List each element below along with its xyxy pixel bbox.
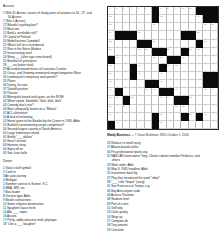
cell-number: 16 — [153, 23, 155, 25]
grid-cell[interactable]: 10 — [181, 7, 188, 15]
cell-number: 53 — [160, 96, 162, 98]
grid-cell[interactable] — [115, 23, 122, 31]
cell-number: 15 — [109, 23, 111, 25]
grid-cell[interactable] — [181, 121, 188, 129]
black-square — [152, 7, 159, 15]
grid-cell[interactable] — [167, 105, 174, 113]
cell-number: 9 — [175, 7, 176, 9]
grid-cell[interactable]: 9 — [174, 7, 181, 15]
clue-column-left: Across 1 With 41-Across, source of shady… — [3, 4, 95, 226]
grid-cell[interactable] — [130, 48, 137, 56]
grid-cell[interactable] — [211, 64, 218, 72]
cell-number: 17 — [204, 23, 206, 25]
black-square — [130, 31, 137, 39]
grid-cell[interactable] — [152, 64, 159, 72]
grid-cell[interactable] — [115, 80, 122, 88]
grid-cell[interactable] — [174, 113, 181, 121]
cell-number: 31 — [116, 56, 118, 58]
grid-cell[interactable] — [211, 40, 218, 48]
grid-cell[interactable] — [159, 31, 166, 39]
cell-number: 30 — [197, 48, 199, 50]
grid-cell[interactable] — [181, 40, 188, 48]
cell-number: 37 — [167, 64, 169, 66]
grid-cell[interactable] — [137, 80, 144, 88]
grid-cell[interactable]: 48 — [203, 88, 210, 96]
grid-cell[interactable] — [130, 121, 137, 129]
grid-cell[interactable] — [196, 88, 203, 96]
grid-cell[interactable] — [174, 121, 181, 129]
grid-cell[interactable] — [137, 105, 144, 113]
black-square — [152, 113, 159, 121]
grid-cell[interactable] — [189, 121, 196, 129]
grid-cell[interactable] — [115, 48, 122, 56]
grid-cell[interactable] — [189, 23, 196, 31]
grid-cell[interactable]: 33 — [159, 56, 166, 64]
grid-cell[interactable] — [211, 48, 218, 56]
grid-cell[interactable] — [196, 105, 203, 113]
grid-cell[interactable] — [196, 96, 203, 104]
grid-cell[interactable]: 64 — [115, 121, 122, 129]
grid-cell[interactable]: 57 — [123, 105, 130, 113]
down-clues-right: 26 Reduce to small injury27 Atlanta-base… — [107, 141, 207, 232]
grid-cell[interactable]: 24 — [203, 40, 210, 48]
grid-cell[interactable] — [203, 48, 210, 56]
grid-cell[interactable] — [130, 56, 137, 64]
black-square — [115, 31, 122, 39]
cell-number: 33 — [160, 56, 162, 58]
grid-cell[interactable]: 19 — [108, 31, 115, 39]
grid-cell[interactable] — [189, 80, 196, 88]
black-square — [137, 40, 144, 48]
cell-number: 28 — [167, 48, 169, 50]
cell-number: 43 — [160, 80, 162, 82]
grid-cell[interactable]: 38 — [174, 64, 181, 72]
grid-cell[interactable]: 32 — [152, 56, 159, 64]
black-square — [189, 31, 196, 39]
grid-cell[interactable] — [189, 105, 196, 113]
grid-cell[interactable] — [211, 113, 218, 121]
cell-number: 10 — [182, 7, 184, 9]
grid-cell[interactable] — [115, 64, 122, 72]
cell-number: 2 — [116, 7, 117, 9]
black-square — [130, 64, 137, 72]
cell-number: 7 — [160, 7, 161, 9]
black-square — [181, 48, 188, 56]
grid-cell[interactable] — [203, 121, 210, 129]
grid-cell[interactable] — [137, 113, 144, 121]
cell-number: 55 — [189, 96, 191, 98]
grid-cell[interactable]: 63 — [203, 113, 210, 121]
grid-cell[interactable]: 18 — [211, 23, 218, 31]
cell-number: 52 — [131, 96, 133, 98]
black-square — [181, 31, 188, 39]
grid-cell[interactable]: 37 — [167, 64, 174, 72]
cell-number: 8 — [167, 7, 168, 9]
grid-cell[interactable] — [196, 56, 203, 64]
cell-number: 12 — [109, 15, 111, 17]
grid-cell[interactable] — [115, 105, 122, 113]
cell-number: 5 — [138, 7, 139, 9]
cell-number: 18 — [211, 23, 213, 25]
black-square — [145, 40, 152, 48]
grid-cell[interactable] — [152, 72, 159, 80]
grid-cell[interactable] — [123, 23, 130, 31]
grid-cell[interactable] — [123, 121, 130, 129]
grid-cell[interactable] — [137, 121, 144, 129]
cell-number: 34 — [182, 56, 184, 58]
black-square — [152, 48, 159, 56]
cell-number: 58 — [175, 105, 177, 107]
clue-column-right: 26 Reduce to small injury27 Atlanta-base… — [107, 141, 207, 232]
grid-cell[interactable] — [174, 23, 181, 31]
grid-cell[interactable] — [123, 113, 130, 121]
grid-cell[interactable] — [137, 96, 144, 104]
cell-number: 60 — [109, 113, 111, 115]
grid-cell[interactable] — [181, 23, 188, 31]
grid-cell[interactable] — [181, 88, 188, 96]
grid-cell[interactable]: 54 — [167, 96, 174, 104]
across-header: Across — [3, 4, 95, 8]
grid-cell[interactable] — [145, 23, 152, 31]
grid-cell[interactable] — [130, 105, 137, 113]
puzzle-caption: Shady Business — © Dave Bushman, WSJ Oct… — [107, 133, 221, 136]
cell-number: 4 — [131, 7, 132, 9]
grid-cell[interactable] — [167, 23, 174, 31]
grid-cell[interactable]: 58 — [174, 105, 181, 113]
cell-number: 42 — [109, 80, 111, 82]
grid-cell[interactable] — [123, 72, 130, 80]
cell-number: 39 — [109, 72, 111, 74]
cell-number: 38 — [175, 64, 177, 66]
black-square — [211, 72, 218, 80]
grid-cell[interactable] — [167, 72, 174, 80]
grid-cell[interactable]: 8 — [167, 7, 174, 15]
grid-cell[interactable]: 11 — [189, 7, 196, 15]
grid-cell[interactable]: 21 — [196, 31, 203, 39]
black-square — [159, 48, 166, 56]
grid-cell[interactable] — [196, 80, 203, 88]
grid-cell[interactable] — [196, 64, 203, 72]
grid-cell[interactable]: 49 — [211, 88, 218, 96]
grid-cell[interactable]: 14 — [196, 15, 203, 23]
grid-cell[interactable] — [196, 121, 203, 129]
grid-cell[interactable] — [130, 23, 137, 31]
cell-number: 14 — [197, 15, 199, 17]
grid-cell[interactable]: 22 — [108, 40, 115, 48]
grid-cell[interactable] — [189, 56, 196, 64]
across-clues: 1 With 41-Across, source of shady parts … — [3, 11, 95, 155]
grid-cell[interactable] — [159, 105, 166, 113]
cell-number: 46 — [153, 88, 155, 90]
grid-cell[interactable]: 46 — [152, 88, 159, 96]
grid-cell[interactable]: 16 — [152, 23, 159, 31]
grid-cell[interactable] — [203, 56, 210, 64]
grid-cell[interactable] — [137, 88, 144, 96]
grid-cell[interactable] — [189, 72, 196, 80]
clue: 18 "Like a ___ slaughter" — [3, 222, 95, 226]
cell-number: 40 — [138, 72, 140, 74]
grid-cell[interactable]: 17 — [203, 23, 210, 31]
clue: 59 Conclude — [107, 228, 207, 232]
black-square — [108, 121, 115, 129]
cell-number: 41 — [160, 72, 162, 74]
grid-cell[interactable] — [115, 113, 122, 121]
cell-number: 63 — [204, 113, 206, 115]
grid-cell[interactable]: 34 — [181, 56, 188, 64]
grid-cell[interactable] — [167, 15, 174, 23]
grid-cell[interactable]: 31 — [115, 56, 122, 64]
grid-cell[interactable] — [167, 113, 174, 121]
grid-cell[interactable] — [123, 15, 130, 23]
grid-cell[interactable] — [145, 96, 152, 104]
grid-cell[interactable] — [130, 80, 137, 88]
grid-cell[interactable] — [145, 56, 152, 64]
grid-cell[interactable] — [174, 31, 181, 39]
grid-cell[interactable] — [123, 48, 130, 56]
cell-number: 29 — [189, 48, 191, 50]
grid-cell[interactable]: 56 — [108, 105, 115, 113]
down-header: Down — [3, 159, 95, 163]
grid-cell[interactable] — [145, 64, 152, 72]
black-square — [181, 113, 188, 121]
grid-cell[interactable] — [167, 121, 174, 129]
cell-number: 6 — [145, 7, 146, 9]
grid-cell[interactable] — [174, 15, 181, 23]
grid-cell[interactable] — [167, 31, 174, 39]
grid-cell[interactable] — [174, 48, 181, 56]
grid-cell[interactable] — [189, 64, 196, 72]
cell-number: 21 — [197, 31, 199, 33]
cell-number: 54 — [167, 96, 169, 98]
cell-number: 27 — [145, 48, 147, 50]
grid-cell[interactable]: 3 — [123, 7, 130, 15]
grid-cell[interactable]: 47 — [174, 88, 181, 96]
puzzle-title: Shady Business — [107, 133, 130, 136]
grid-cell[interactable] — [123, 56, 130, 64]
grid-cell[interactable] — [203, 64, 210, 72]
grid-cell[interactable]: 13 — [159, 15, 166, 23]
grid-cell[interactable] — [174, 40, 181, 48]
clue: 65 San Juan hello — [3, 151, 95, 155]
grid-cell[interactable]: 55 — [189, 96, 196, 104]
grid-cell[interactable]: 51 — [115, 96, 122, 104]
cell-number: 26 — [138, 48, 140, 50]
grid-cell[interactable] — [203, 96, 210, 104]
grid-cell[interactable] — [123, 40, 130, 48]
cell-number: 36 — [138, 64, 140, 66]
grid-cell[interactable] — [137, 15, 144, 23]
grid-cell[interactable]: 23 — [152, 40, 159, 48]
cell-number: 57 — [123, 105, 125, 107]
grid-cell[interactable]: 26 — [137, 48, 144, 56]
cell-number: 25 — [109, 48, 111, 50]
cell-number: 23 — [153, 40, 155, 42]
black-square — [203, 72, 210, 80]
grid-cell[interactable] — [130, 15, 137, 23]
cell-number: 13 — [160, 15, 162, 17]
cell-number: 65 — [160, 121, 162, 123]
cell-number: 64 — [116, 121, 118, 123]
grid-cell[interactable] — [211, 121, 218, 129]
grid-cell[interactable]: 6 — [145, 7, 152, 15]
black-square — [203, 7, 210, 15]
grid-cell[interactable] — [174, 72, 181, 80]
grid-cell[interactable]: 25 — [108, 48, 115, 56]
grid-cell[interactable] — [211, 56, 218, 64]
cell-number: 44 — [109, 88, 111, 90]
clue: 1 With 41-Across, source of shady parts … — [3, 11, 95, 19]
grid-cell[interactable] — [123, 64, 130, 72]
grid-cell[interactable] — [152, 96, 159, 104]
cell-number: 47 — [175, 88, 177, 90]
cell-number: 1 — [109, 7, 110, 9]
grid-cell[interactable]: 53 — [159, 96, 166, 104]
black-square — [123, 96, 130, 104]
cell-number: 20 — [138, 31, 140, 33]
black-square — [211, 7, 218, 15]
cell-number: 24 — [204, 40, 206, 42]
grid-cell[interactable] — [145, 113, 152, 121]
grid-cell[interactable] — [181, 80, 188, 88]
black-square — [181, 96, 188, 104]
grid-cell[interactable] — [152, 31, 159, 39]
grid-cell[interactable] — [123, 88, 130, 96]
crossword-grid[interactable]: 1234567891011121314151617181920212223242… — [107, 6, 219, 130]
grid-cell[interactable] — [189, 15, 196, 23]
cell-number: 51 — [116, 96, 118, 98]
clue: 32 NASCAR team owner Tony, Clinton cabin… — [107, 154, 207, 163]
grid-cell[interactable]: 59 — [181, 105, 188, 113]
cell-number: 22 — [109, 40, 111, 42]
grid-cell[interactable]: 4 — [130, 7, 137, 15]
cell-number: 56 — [109, 105, 111, 107]
grid-cell[interactable] — [203, 31, 210, 39]
grid-cell[interactable] — [145, 105, 152, 113]
grid-cell[interactable]: 40 — [137, 72, 144, 80]
grid-cell[interactable]: 5 — [137, 7, 144, 15]
grid-cell[interactable] — [181, 15, 188, 23]
grid-cell[interactable] — [181, 72, 188, 80]
black-square — [152, 121, 159, 129]
grid-cell[interactable] — [159, 23, 166, 31]
cell-number: 19 — [109, 31, 111, 33]
grid-cell[interactable]: 2 — [115, 7, 122, 15]
grid-cell[interactable]: 20 — [137, 31, 144, 39]
grid-cell[interactable] — [211, 31, 218, 39]
grid-cell[interactable] — [152, 105, 159, 113]
grid-cell[interactable]: 43 — [159, 80, 166, 88]
cell-number: 48 — [204, 88, 206, 90]
grid-cell[interactable] — [130, 113, 137, 121]
grid-cell[interactable] — [196, 72, 203, 80]
grid-cell[interactable]: 27 — [145, 48, 152, 56]
grid-cell[interactable] — [145, 31, 152, 39]
grid-cell[interactable] — [181, 64, 188, 72]
grid-cell[interactable]: 29 — [189, 48, 196, 56]
cell-number: 3 — [123, 7, 124, 9]
grid-cell[interactable] — [211, 96, 218, 104]
grid-cell[interactable]: 28 — [167, 48, 174, 56]
grid-cell[interactable]: 60 — [108, 113, 115, 121]
down-clues-left: 1 Viola's staff symbol2 Cash in3 An auto… — [3, 166, 95, 226]
grid-cell[interactable] — [130, 40, 137, 48]
cell-number: 32 — [153, 56, 155, 58]
grid-cell[interactable] — [145, 121, 152, 129]
black-square — [174, 96, 181, 104]
grid-cell[interactable]: 62 — [189, 113, 196, 121]
grid-cell[interactable]: 30 — [196, 48, 203, 56]
grid-cell[interactable] — [167, 80, 174, 88]
black-square — [196, 113, 203, 121]
black-square — [130, 72, 137, 80]
cell-number: 59 — [182, 105, 184, 107]
grid-cell[interactable] — [115, 72, 122, 80]
black-square — [123, 31, 130, 39]
grid-cell[interactable] — [159, 40, 166, 48]
grid-cell[interactable] — [145, 15, 152, 23]
grid-cell[interactable]: 65 — [159, 121, 166, 129]
cell-number: 49 — [211, 88, 213, 90]
grid-cell[interactable] — [145, 72, 152, 80]
grid-cell[interactable]: 61 — [159, 113, 166, 121]
grid-cell[interactable] — [211, 105, 218, 113]
cell-number: 62 — [189, 113, 191, 115]
black-square — [196, 40, 203, 48]
cell-number: 45 — [145, 88, 147, 90]
cell-number: 61 — [160, 113, 162, 115]
grid-cell[interactable] — [189, 40, 196, 48]
grid-cell[interactable]: 45 — [145, 88, 152, 96]
grid-cell[interactable]: 50 — [108, 96, 115, 104]
grid-cell[interactable] — [167, 40, 174, 48]
grid-cell[interactable] — [115, 40, 122, 48]
cell-number: 50 — [109, 96, 111, 98]
cell-number: 11 — [189, 7, 191, 9]
grid-cell[interactable]: 52 — [130, 96, 137, 104]
grid-cell[interactable] — [115, 15, 122, 23]
cell-number: 35 — [109, 64, 111, 66]
grid-cell[interactable] — [203, 105, 210, 113]
grid-cell[interactable] — [123, 80, 130, 88]
puzzle-byline: — © Dave Bushman, WSJ October 1, 2016 — [130, 133, 189, 136]
